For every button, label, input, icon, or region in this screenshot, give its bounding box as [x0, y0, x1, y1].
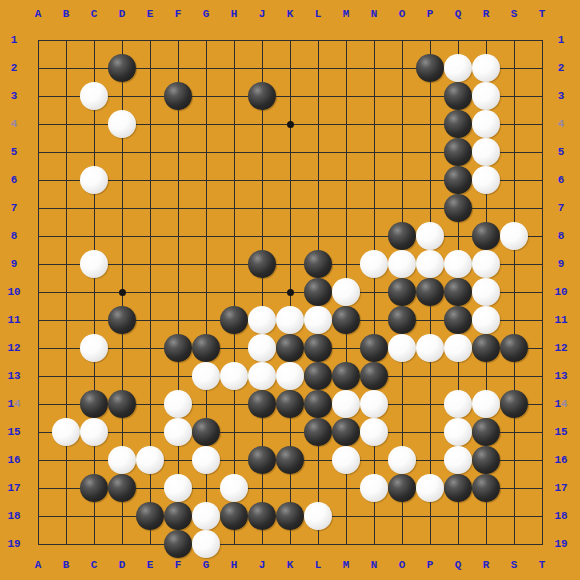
row-label-right-6: 6 — [558, 174, 565, 186]
col-label-top-C: C — [91, 8, 98, 20]
stone-white-R5[interactable] — [472, 138, 500, 166]
label-char: 9 — [558, 258, 565, 270]
stone-black-F12[interactable] — [164, 334, 192, 362]
label-char: 9 — [561, 538, 568, 550]
col-label-top-R: R — [483, 8, 490, 20]
label-char: C — [91, 559, 98, 571]
stone-white-H17[interactable] — [220, 474, 248, 502]
row-label-right-16: 16 — [554, 454, 567, 466]
stone-white-P9[interactable] — [416, 250, 444, 278]
stone-white-G13[interactable] — [192, 362, 220, 390]
col-label-bottom-E: E — [147, 559, 154, 571]
stone-white-R3[interactable] — [472, 82, 500, 110]
stone-white-N17[interactable] — [360, 474, 388, 502]
row-label-left-10: 10 — [7, 286, 20, 298]
col-label-top-G: G — [203, 8, 210, 20]
label-char: O — [399, 8, 406, 20]
label-char: 0 — [14, 286, 21, 298]
row-label-left-16: 16 — [7, 454, 20, 466]
label-char: 7 — [561, 482, 568, 494]
label-char: 1 — [561, 314, 568, 326]
stone-black-G15[interactable] — [192, 418, 220, 446]
stone-white-J11[interactable] — [248, 306, 276, 334]
stone-white-G18[interactable] — [192, 502, 220, 530]
stone-black-Q4[interactable] — [444, 110, 472, 138]
stone-black-P10[interactable] — [416, 278, 444, 306]
col-label-bottom-L: L — [315, 559, 322, 571]
label-char: C — [91, 8, 98, 20]
col-label-bottom-N: N — [371, 559, 378, 571]
col-label-bottom-S: S — [511, 559, 518, 571]
stone-black-M15[interactable] — [332, 418, 360, 446]
label-char: S — [511, 8, 518, 20]
label-char: 2 — [561, 342, 568, 354]
label-char: 1 — [554, 510, 561, 522]
stone-black-Q11[interactable] — [444, 306, 472, 334]
row-label-left-2: 2 — [11, 62, 18, 74]
col-label-bottom-Q: Q — [455, 559, 462, 571]
stone-black-L12[interactable] — [304, 334, 332, 362]
col-label-top-Q: Q — [455, 8, 462, 20]
stone-black-O11[interactable] — [388, 306, 416, 334]
stone-white-J12[interactable] — [248, 334, 276, 362]
stone-white-P17[interactable] — [416, 474, 444, 502]
row-label-right-18: 18 — [554, 510, 567, 522]
label-char: 6 — [561, 454, 568, 466]
stone-black-H18[interactable] — [220, 502, 248, 530]
label-char: J — [259, 559, 266, 571]
col-label-bottom-P: P — [427, 559, 434, 571]
label-char: 4 — [561, 398, 568, 410]
stone-white-D16[interactable] — [108, 446, 136, 474]
stone-black-J14[interactable] — [248, 390, 276, 418]
row-label-right-12: 12 — [554, 342, 567, 354]
row-label-left-15: 15 — [7, 426, 20, 438]
stone-black-J9[interactable] — [248, 250, 276, 278]
label-char: F — [175, 559, 182, 571]
col-label-bottom-G: G — [203, 559, 210, 571]
label-char: D — [119, 559, 126, 571]
row-label-right-3: 3 — [558, 90, 565, 102]
stone-black-L13[interactable] — [304, 362, 332, 390]
label-char: 3 — [11, 90, 18, 102]
stone-white-G19[interactable] — [192, 530, 220, 558]
col-label-bottom-R: R — [483, 559, 490, 571]
stone-white-O16[interactable] — [388, 446, 416, 474]
label-char: O — [399, 559, 406, 571]
go-board: AABBCCDDEEFFGGHHJJKKLLMMNNOOPPQQRRSSTT11… — [0, 0, 580, 580]
stone-black-K12[interactable] — [276, 334, 304, 362]
stone-white-C3[interactable] — [80, 82, 108, 110]
stone-black-Q6[interactable] — [444, 166, 472, 194]
star-point-K4 — [287, 121, 294, 128]
col-label-bottom-F: F — [175, 559, 182, 571]
row-label-right-4: 4 — [558, 118, 565, 130]
row-label-right-7: 7 — [558, 202, 565, 214]
label-char: B — [63, 8, 70, 20]
label-char: 5 — [561, 426, 568, 438]
stone-black-O10[interactable] — [388, 278, 416, 306]
row-label-left-8: 8 — [11, 230, 18, 242]
stone-white-F15[interactable] — [164, 418, 192, 446]
stone-white-G16[interactable] — [192, 446, 220, 474]
label-char: M — [343, 8, 350, 20]
stone-white-Q2[interactable] — [444, 54, 472, 82]
label-char: 1 — [554, 398, 561, 410]
stone-white-M10[interactable] — [332, 278, 360, 306]
stone-black-J18[interactable] — [248, 502, 276, 530]
row-label-left-14: 14 — [7, 398, 20, 410]
col-label-top-P: P — [427, 8, 434, 20]
stone-white-N14[interactable] — [360, 390, 388, 418]
label-char: Q — [455, 559, 462, 571]
stone-black-H11[interactable] — [220, 306, 248, 334]
stone-black-R8[interactable] — [472, 222, 500, 250]
stone-white-N9[interactable] — [360, 250, 388, 278]
label-char: 1 — [554, 314, 561, 326]
col-label-bottom-H: H — [231, 559, 238, 571]
row-label-left-6: 6 — [11, 174, 18, 186]
col-label-bottom-K: K — [287, 559, 294, 571]
row-label-right-11: 11 — [554, 314, 567, 326]
label-char: K — [287, 559, 294, 571]
stone-black-L10[interactable] — [304, 278, 332, 306]
stone-black-Q7[interactable] — [444, 194, 472, 222]
col-label-top-J: J — [259, 8, 266, 20]
col-label-top-M: M — [343, 8, 350, 20]
label-char: 1 — [7, 538, 14, 550]
label-char: 6 — [14, 454, 21, 466]
stone-white-L18[interactable] — [304, 502, 332, 530]
label-char: 7 — [14, 482, 21, 494]
label-char: 5 — [11, 146, 18, 158]
label-char: 1 — [7, 426, 14, 438]
label-char: S — [511, 559, 518, 571]
stone-black-F19[interactable] — [164, 530, 192, 558]
stone-white-C6[interactable] — [80, 166, 108, 194]
col-label-top-A: A — [35, 8, 42, 20]
row-label-left-9: 9 — [11, 258, 18, 270]
col-label-bottom-D: D — [119, 559, 126, 571]
stone-black-Q10[interactable] — [444, 278, 472, 306]
label-char: 1 — [554, 286, 561, 298]
col-label-bottom-B: B — [63, 559, 70, 571]
label-char: Q — [455, 8, 462, 20]
col-label-top-E: E — [147, 8, 154, 20]
label-char: 1 — [7, 314, 14, 326]
row-label-right-13: 13 — [554, 370, 567, 382]
stone-black-C14[interactable] — [80, 390, 108, 418]
stone-white-F17[interactable] — [164, 474, 192, 502]
label-char: 1 — [554, 454, 561, 466]
stone-black-D11[interactable] — [108, 306, 136, 334]
col-label-top-F: F — [175, 8, 182, 20]
stone-white-S8[interactable] — [500, 222, 528, 250]
stone-white-R6[interactable] — [472, 166, 500, 194]
stone-white-L11[interactable] — [304, 306, 332, 334]
label-char: 9 — [14, 538, 21, 550]
label-char: 1 — [554, 538, 561, 550]
label-char: 1 — [7, 342, 14, 354]
stone-white-R9[interactable] — [472, 250, 500, 278]
stone-white-R10[interactable] — [472, 278, 500, 306]
stone-white-Q12[interactable] — [444, 334, 472, 362]
label-char: 2 — [11, 62, 18, 74]
stone-black-O17[interactable] — [388, 474, 416, 502]
label-char: L — [315, 8, 322, 20]
stone-black-Q5[interactable] — [444, 138, 472, 166]
stone-black-L9[interactable] — [304, 250, 332, 278]
label-char: 1 — [554, 342, 561, 354]
label-char: 5 — [558, 146, 565, 158]
row-label-left-18: 18 — [7, 510, 20, 522]
col-label-bottom-M: M — [343, 559, 350, 571]
stone-white-R11[interactable] — [472, 306, 500, 334]
label-char: 1 — [7, 286, 14, 298]
label-char: 2 — [558, 62, 565, 74]
row-label-left-4: 4 — [11, 118, 18, 130]
label-char: 2 — [14, 342, 21, 354]
row-label-right-1: 1 — [558, 34, 565, 46]
stone-white-C15[interactable] — [80, 418, 108, 446]
label-char: 1 — [7, 454, 14, 466]
row-label-right-9: 9 — [558, 258, 565, 270]
label-char: P — [427, 8, 434, 20]
label-char: 3 — [561, 370, 568, 382]
label-char: G — [203, 559, 210, 571]
label-char: F — [175, 8, 182, 20]
col-label-bottom-A: A — [35, 559, 42, 571]
stone-black-L14[interactable] — [304, 390, 332, 418]
star-point-K10 — [287, 289, 294, 296]
row-label-left-17: 17 — [7, 482, 20, 494]
stone-white-K11[interactable] — [276, 306, 304, 334]
label-char: T — [539, 559, 546, 571]
col-label-bottom-J: J — [259, 559, 266, 571]
label-char: E — [147, 559, 154, 571]
stone-black-L15[interactable] — [304, 418, 332, 446]
label-char: 4 — [14, 398, 21, 410]
label-char: J — [259, 8, 266, 20]
col-label-top-D: D — [119, 8, 126, 20]
label-char: 1 — [11, 34, 18, 46]
stone-black-R15[interactable] — [472, 418, 500, 446]
row-label-left-3: 3 — [11, 90, 18, 102]
row-label-right-19: 19 — [554, 538, 567, 550]
label-char: P — [427, 559, 434, 571]
stone-white-M16[interactable] — [332, 446, 360, 474]
col-label-bottom-O: O — [399, 559, 406, 571]
col-label-bottom-C: C — [91, 559, 98, 571]
row-label-right-8: 8 — [558, 230, 565, 242]
label-char: L — [315, 559, 322, 571]
row-label-left-13: 13 — [7, 370, 20, 382]
stone-white-H13[interactable] — [220, 362, 248, 390]
stone-white-Q15[interactable] — [444, 418, 472, 446]
stone-white-J13[interactable] — [248, 362, 276, 390]
stone-white-F14[interactable] — [164, 390, 192, 418]
stone-black-D17[interactable] — [108, 474, 136, 502]
stone-white-E16[interactable] — [136, 446, 164, 474]
label-char: N — [371, 559, 378, 571]
label-char: 1 — [7, 370, 14, 382]
stone-white-R14[interactable] — [472, 390, 500, 418]
label-char: 8 — [14, 510, 21, 522]
label-char: R — [483, 8, 490, 20]
label-char: 8 — [558, 230, 565, 242]
stone-black-P2[interactable] — [416, 54, 444, 82]
label-char: 4 — [558, 118, 565, 130]
label-char: 1 — [7, 482, 14, 494]
stone-black-J3[interactable] — [248, 82, 276, 110]
stone-white-B15[interactable] — [52, 418, 80, 446]
stone-black-R16[interactable] — [472, 446, 500, 474]
label-char: 8 — [11, 230, 18, 242]
stone-black-G12[interactable] — [192, 334, 220, 362]
stone-black-M11[interactable] — [332, 306, 360, 334]
label-char: 3 — [14, 370, 21, 382]
row-label-right-5: 5 — [558, 146, 565, 158]
stone-white-D4[interactable] — [108, 110, 136, 138]
col-label-top-O: O — [399, 8, 406, 20]
stone-black-R17[interactable] — [472, 474, 500, 502]
row-label-right-17: 17 — [554, 482, 567, 494]
label-char: G — [203, 8, 210, 20]
stone-white-R4[interactable] — [472, 110, 500, 138]
row-label-right-15: 15 — [554, 426, 567, 438]
label-char: 1 — [7, 510, 14, 522]
label-char: 5 — [14, 426, 21, 438]
stone-black-D14[interactable] — [108, 390, 136, 418]
label-char: 9 — [11, 258, 18, 270]
stone-black-E18[interactable] — [136, 502, 164, 530]
label-char: 1 — [554, 370, 561, 382]
label-char: B — [63, 559, 70, 571]
label-char: 1 — [554, 426, 561, 438]
stone-black-F18[interactable] — [164, 502, 192, 530]
label-char: 1 — [554, 482, 561, 494]
stone-black-K18[interactable] — [276, 502, 304, 530]
label-char: D — [119, 8, 126, 20]
stone-black-N12[interactable] — [360, 334, 388, 362]
stone-black-K16[interactable] — [276, 446, 304, 474]
stone-white-O12[interactable] — [388, 334, 416, 362]
stone-black-R12[interactable] — [472, 334, 500, 362]
row-label-right-10: 10 — [554, 286, 567, 298]
label-char: R — [483, 559, 490, 571]
label-char: 8 — [561, 510, 568, 522]
label-char: N — [371, 8, 378, 20]
row-label-left-7: 7 — [11, 202, 18, 214]
row-label-right-14: 14 — [554, 398, 567, 410]
col-label-top-N: N — [371, 8, 378, 20]
stone-black-D2[interactable] — [108, 54, 136, 82]
label-char: K — [287, 8, 294, 20]
col-label-top-T: T — [539, 8, 546, 20]
label-char: H — [231, 8, 238, 20]
col-label-top-L: L — [315, 8, 322, 20]
row-label-left-5: 5 — [11, 146, 18, 158]
row-label-left-11: 11 — [7, 314, 20, 326]
label-char: 4 — [11, 118, 18, 130]
stone-black-F3[interactable] — [164, 82, 192, 110]
label-char: A — [35, 559, 42, 571]
stone-white-Q14[interactable] — [444, 390, 472, 418]
stone-black-C17[interactable] — [80, 474, 108, 502]
label-char: 0 — [561, 286, 568, 298]
stone-white-P8[interactable] — [416, 222, 444, 250]
col-label-top-K: K — [287, 8, 294, 20]
label-char: 1 — [7, 398, 14, 410]
stone-white-Q9[interactable] — [444, 250, 472, 278]
label-char: A — [35, 8, 42, 20]
label-char: T — [539, 8, 546, 20]
stone-white-Q16[interactable] — [444, 446, 472, 474]
stone-black-Q17[interactable] — [444, 474, 472, 502]
row-label-right-2: 2 — [558, 62, 565, 74]
col-label-bottom-T: T — [539, 559, 546, 571]
label-char: H — [231, 559, 238, 571]
stone-black-J16[interactable] — [248, 446, 276, 474]
stone-white-C9[interactable] — [80, 250, 108, 278]
label-char: 3 — [558, 90, 565, 102]
col-label-top-S: S — [511, 8, 518, 20]
stone-black-N13[interactable] — [360, 362, 388, 390]
label-char: 6 — [558, 174, 565, 186]
star-point-D10 — [119, 289, 126, 296]
stone-white-M14[interactable] — [332, 390, 360, 418]
stone-black-O8[interactable] — [388, 222, 416, 250]
label-char: E — [147, 8, 154, 20]
row-label-left-19: 19 — [7, 538, 20, 550]
col-label-top-H: H — [231, 8, 238, 20]
stone-white-O9[interactable] — [388, 250, 416, 278]
stone-black-M13[interactable] — [332, 362, 360, 390]
label-char: M — [343, 559, 350, 571]
stone-white-K13[interactable] — [276, 362, 304, 390]
stone-white-R2[interactable] — [472, 54, 500, 82]
label-char: 1 — [558, 34, 565, 46]
stone-black-S12[interactable] — [500, 334, 528, 362]
stone-black-S14[interactable] — [500, 390, 528, 418]
label-char: 7 — [558, 202, 565, 214]
label-char: 6 — [11, 174, 18, 186]
col-label-top-B: B — [63, 8, 70, 20]
stone-black-K14[interactable] — [276, 390, 304, 418]
row-label-left-1: 1 — [11, 34, 18, 46]
stone-white-P12[interactable] — [416, 334, 444, 362]
stone-white-C12[interactable] — [80, 334, 108, 362]
stone-white-N15[interactable] — [360, 418, 388, 446]
label-char: 7 — [11, 202, 18, 214]
label-char: 1 — [14, 314, 21, 326]
stone-black-Q3[interactable] — [444, 82, 472, 110]
row-label-left-12: 12 — [7, 342, 20, 354]
